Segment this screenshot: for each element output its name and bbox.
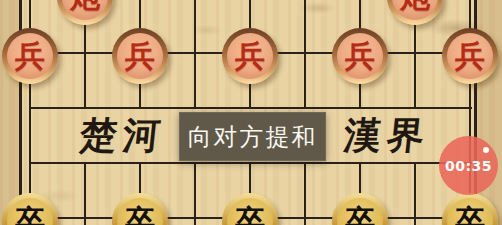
piece-red-soldier[interactable]: 兵	[442, 28, 498, 84]
piece-face: 卒	[227, 198, 273, 225]
offer-draw-button[interactable]: 向对方提和	[179, 112, 326, 161]
piece-glyph: 卒	[15, 206, 45, 225]
piece-black-soldier[interactable]: 卒	[332, 193, 388, 225]
piece-face: 兵	[337, 33, 383, 79]
piece-face: 卒	[337, 198, 383, 225]
piece-red-cannon[interactable]: 炮	[387, 0, 443, 25]
piece-glyph: 兵	[345, 41, 375, 71]
piece-face: 炮	[62, 0, 108, 20]
piece-red-soldier[interactable]: 兵	[112, 28, 168, 84]
piece-glyph: 兵	[455, 41, 485, 71]
piece-black-soldier[interactable]: 卒	[2, 193, 58, 225]
timer-value: 00:35	[445, 158, 492, 174]
piece-black-soldier[interactable]: 卒	[222, 193, 278, 225]
move-timer-badge: 00:35	[439, 136, 498, 195]
piece-face: 兵	[447, 33, 493, 79]
piece-glyph: 兵	[15, 41, 45, 71]
piece-face: 卒	[117, 198, 163, 225]
piece-glyph: 炮	[400, 0, 430, 12]
piece-face: 卒	[7, 198, 53, 225]
piece-glyph: 卒	[455, 206, 485, 225]
piece-glyph: 兵	[235, 41, 265, 71]
piece-face: 炮	[392, 0, 438, 20]
piece-face: 兵	[7, 33, 53, 79]
piece-red-soldier[interactable]: 兵	[2, 28, 58, 84]
piece-glyph: 炮	[70, 0, 100, 12]
piece-face: 卒	[447, 198, 493, 225]
piece-black-soldier[interactable]: 卒	[442, 193, 498, 225]
timer-notification-dot	[483, 147, 489, 153]
piece-glyph: 卒	[345, 206, 375, 225]
piece-black-soldier[interactable]: 卒	[112, 193, 168, 225]
piece-glyph: 卒	[235, 206, 265, 225]
xiangqi-game-screen: 楚河 漢界 炮炮兵兵兵兵兵卒卒卒卒卒 向对方提和 00:35	[0, 0, 502, 225]
piece-glyph: 卒	[125, 206, 155, 225]
piece-glyph: 兵	[125, 41, 155, 71]
piece-face: 兵	[227, 33, 273, 79]
piece-red-soldier[interactable]: 兵	[222, 28, 278, 84]
piece-red-soldier[interactable]: 兵	[332, 28, 388, 84]
piece-red-cannon[interactable]: 炮	[57, 0, 113, 25]
piece-face: 兵	[117, 33, 163, 79]
